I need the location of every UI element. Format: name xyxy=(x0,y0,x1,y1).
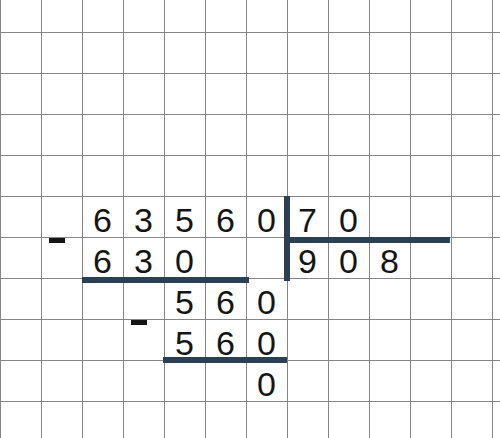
digit-cell-r8c6: 0 xyxy=(246,323,287,364)
minus-sign-bar xyxy=(49,238,65,243)
minus-sign-bar xyxy=(131,320,147,325)
long-division-grid: 63560706309085605600 xyxy=(0,0,500,438)
digit-cell-r7c6: 0 xyxy=(246,282,287,323)
digit-cell-r6c2: 6 xyxy=(82,241,123,282)
minus-sign xyxy=(41,237,82,278)
digit-cell-r6c8: 0 xyxy=(328,241,369,282)
digit-cell-r8c4: 5 xyxy=(164,323,205,364)
digit-cell-r6c9: 8 xyxy=(369,241,410,282)
digit-cell-r5c8: 0 xyxy=(328,200,369,241)
digit-cell-r9c6: 0 xyxy=(246,364,287,405)
digit-cell-r5c4: 5 xyxy=(164,200,205,241)
digit-cell-r5c7: 7 xyxy=(287,200,328,241)
digit-cell-r5c6: 0 xyxy=(246,200,287,241)
squared-paper-sheet: 63560706309085605600 xyxy=(0,0,500,438)
digit-cell-r6c7: 9 xyxy=(287,241,328,282)
digit-cell-r5c5: 6 xyxy=(205,200,246,241)
digit-cell-r8c5: 6 xyxy=(205,323,246,364)
digit-cell-r5c3: 3 xyxy=(123,200,164,241)
digit-cell-r7c5: 6 xyxy=(205,282,246,323)
digit-cell-r5c2: 6 xyxy=(82,200,123,241)
digit-cell-r6c4: 0 xyxy=(164,241,205,282)
digit-cell-r7c4: 5 xyxy=(164,282,205,323)
digit-cell-r6c3: 3 xyxy=(123,241,164,282)
minus-sign xyxy=(123,319,164,360)
